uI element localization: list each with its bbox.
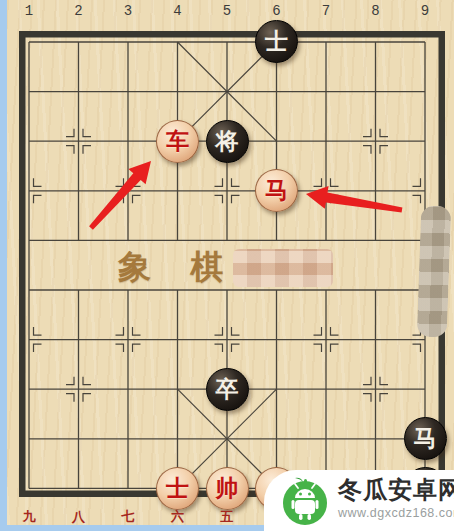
piece-label: 马 — [265, 175, 288, 206]
file-label-bottom: 七 — [103, 508, 153, 526]
piece-label: 车 — [166, 126, 189, 157]
red-horse[interactable]: 马 — [255, 169, 298, 212]
piece-label: 士 — [166, 473, 189, 504]
file-label-bottom: 八 — [54, 508, 104, 526]
piece-label: 帅 — [216, 473, 239, 504]
watermark-url: www.dgxcdz168.com — [338, 506, 454, 520]
piece-label: 马 — [414, 423, 437, 454]
file-label-bottom: 六 — [153, 508, 203, 526]
file-label-bottom: 五 — [202, 508, 252, 526]
piece-label: 将 — [216, 126, 239, 157]
pieces-grid: 士车将马卒马士帅 — [4, 17, 450, 513]
black-soldier[interactable]: 卒 — [206, 368, 249, 411]
piece-label: 士 — [265, 26, 288, 57]
watermark-site-name: 冬瓜安卓网 — [338, 476, 452, 504]
android-logo-icon — [281, 476, 329, 526]
piece-label: 卒 — [216, 374, 239, 405]
red-general[interactable]: 帅 — [206, 467, 249, 510]
red-advisor[interactable]: 士 — [156, 467, 199, 510]
black-horse[interactable]: 马 — [404, 417, 447, 460]
red-chariot[interactable]: 车 — [156, 120, 199, 163]
screenshot-root: 123456789 象 棋 士车将马卒马士帅 九八七六五四三二一 冬瓜安卓网 w… — [0, 0, 454, 531]
watermark-panel: 冬瓜安卓网 www.dgxcdz168.com — [264, 470, 454, 531]
black-general[interactable]: 将 — [206, 120, 249, 163]
black-advisor[interactable]: 士 — [255, 20, 298, 63]
file-label-bottom: 九 — [4, 508, 54, 526]
